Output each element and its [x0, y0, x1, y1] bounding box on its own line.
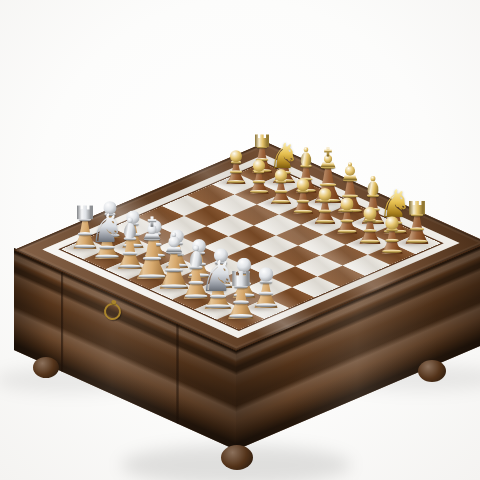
piece-black-pawn — [249, 160, 269, 194]
piece-black-pawn — [227, 150, 246, 184]
piece-black-pawn — [315, 188, 336, 224]
piece-black-pawn — [337, 198, 358, 235]
chess-set-photo: ♞♞♞♞ — [0, 0, 480, 480]
piece-white-knight: ♞ — [95, 208, 120, 259]
piece-white-pawn — [254, 268, 277, 309]
piece-black-pawn — [381, 217, 403, 255]
piece-white-rook — [228, 269, 254, 319]
pieces-layer: ♞♞♞♞ — [0, 0, 480, 480]
piece-black-pawn — [293, 179, 313, 215]
piece-black-rook — [405, 198, 428, 243]
piece-black-pawn — [271, 169, 291, 204]
piece-black-pawn — [359, 207, 380, 244]
